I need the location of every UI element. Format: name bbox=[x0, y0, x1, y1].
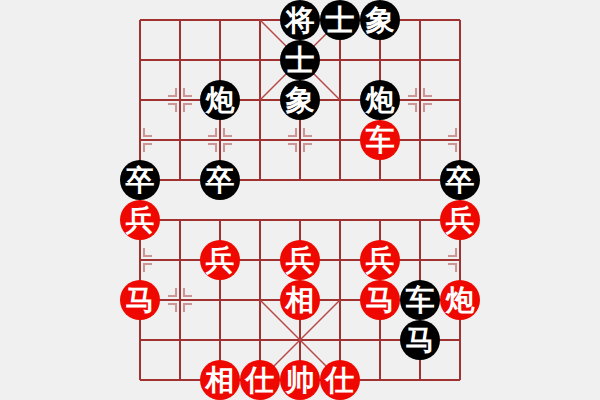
piece-black-elephant[interactable]: 象 bbox=[360, 0, 400, 40]
piece-red-pawn[interactable]: 兵 bbox=[440, 200, 480, 240]
piece-red-horse[interactable]: 马 bbox=[120, 280, 160, 320]
piece-red-chariot[interactable]: 车 bbox=[360, 120, 400, 160]
piece-red-pawn[interactable]: 兵 bbox=[280, 240, 320, 280]
piece-black-cannon[interactable]: 炮 bbox=[360, 80, 400, 120]
piece-red-pawn[interactable]: 兵 bbox=[120, 200, 160, 240]
piece-black-cannon[interactable]: 炮 bbox=[200, 80, 240, 120]
xiangqi-app: 将士象士炮象炮车卒卒卒兵兵兵兵兵马相马车炮马相仕帅仕 bbox=[0, 0, 600, 400]
piece-black-pawn[interactable]: 卒 bbox=[120, 160, 160, 200]
piece-black-general[interactable]: 将 bbox=[280, 0, 320, 40]
piece-black-chariot[interactable]: 车 bbox=[400, 280, 440, 320]
piece-black-advisor[interactable]: 士 bbox=[280, 40, 320, 80]
piece-red-cannon[interactable]: 炮 bbox=[440, 280, 480, 320]
piece-red-pawn[interactable]: 兵 bbox=[200, 240, 240, 280]
piece-black-pawn[interactable]: 卒 bbox=[200, 160, 240, 200]
piece-red-horse[interactable]: 马 bbox=[360, 280, 400, 320]
piece-red-advisor[interactable]: 仕 bbox=[240, 360, 280, 400]
piece-black-advisor[interactable]: 士 bbox=[320, 0, 360, 40]
piece-red-general[interactable]: 帅 bbox=[280, 360, 320, 400]
piece-red-elephant[interactable]: 相 bbox=[280, 280, 320, 320]
piece-black-pawn[interactable]: 卒 bbox=[440, 160, 480, 200]
piece-red-pawn[interactable]: 兵 bbox=[360, 240, 400, 280]
pieces-layer: 将士象士炮象炮车卒卒卒兵兵兵兵兵马相马车炮马相仕帅仕 bbox=[120, 0, 480, 400]
piece-red-elephant[interactable]: 相 bbox=[200, 360, 240, 400]
piece-black-elephant[interactable]: 象 bbox=[280, 80, 320, 120]
piece-black-horse[interactable]: 马 bbox=[400, 320, 440, 360]
piece-red-advisor[interactable]: 仕 bbox=[320, 360, 360, 400]
